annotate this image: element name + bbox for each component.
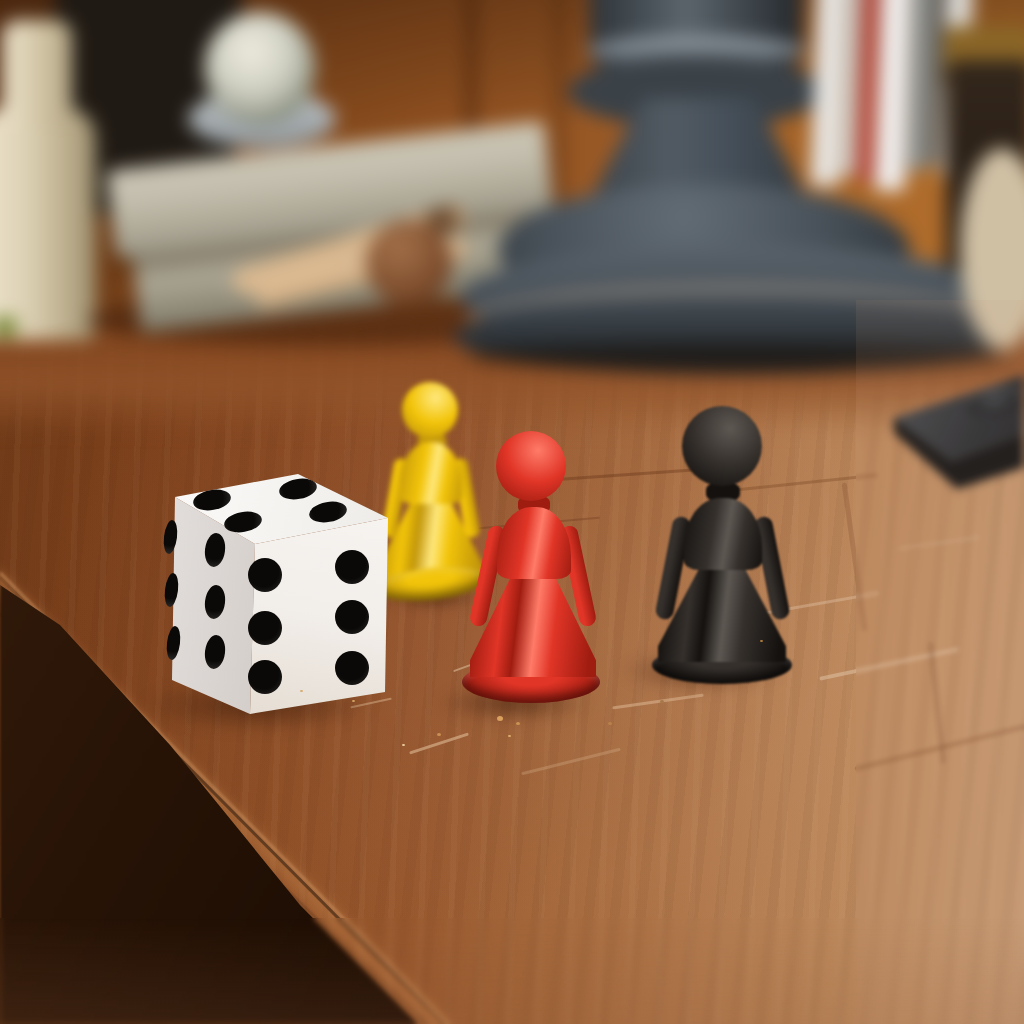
vignette [0,0,1024,1024]
photo-scene [0,0,1024,1024]
